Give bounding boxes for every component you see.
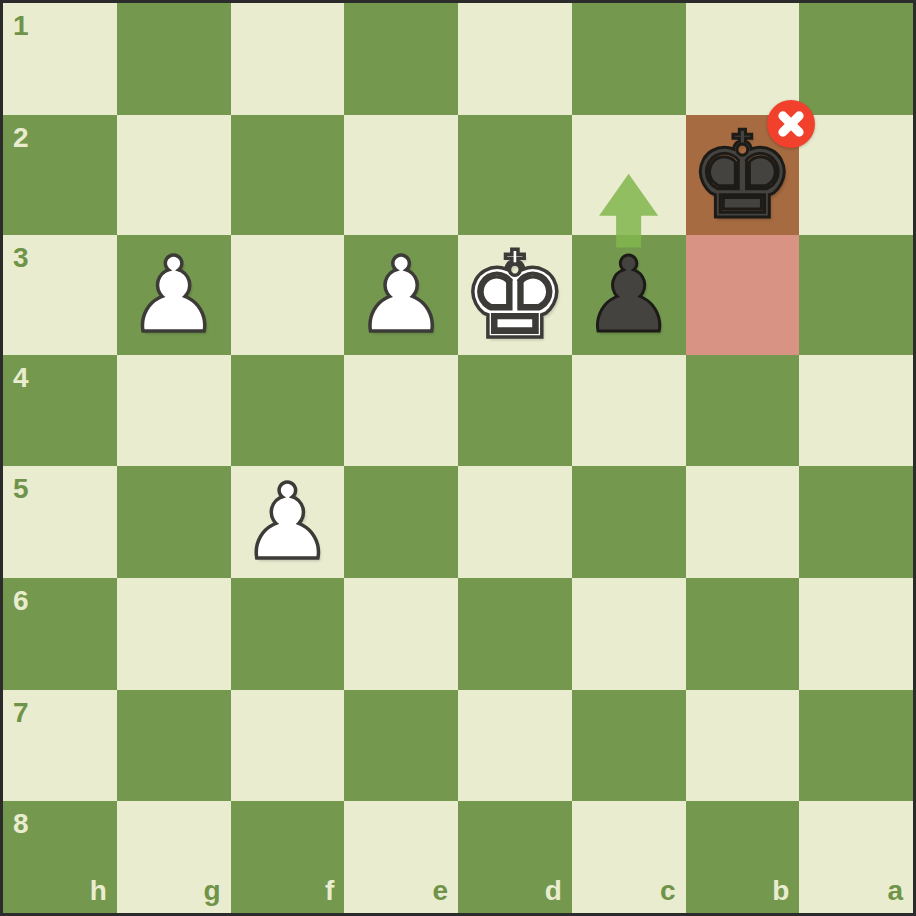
square-e5[interactable]: [344, 466, 458, 578]
square-h6[interactable]: 6: [3, 578, 117, 690]
square-d4[interactable]: [458, 355, 572, 467]
square-g2[interactable]: [117, 115, 231, 235]
square-a7[interactable]: [799, 690, 913, 802]
rank-label-8: 8: [13, 810, 29, 838]
square-f4[interactable]: [231, 355, 345, 467]
square-a8[interactable]: a: [799, 801, 913, 913]
white-pawn-e3[interactable]: ♟: [355, 243, 448, 347]
file-label-f: f: [325, 877, 334, 905]
square-a2[interactable]: [799, 115, 913, 235]
square-b6[interactable]: [686, 578, 800, 690]
square-g5[interactable]: [117, 466, 231, 578]
square-b4[interactable]: [686, 355, 800, 467]
white-pawn-f5[interactable]: ♟: [241, 470, 334, 574]
square-b5[interactable]: [686, 466, 800, 578]
square-b7[interactable]: [686, 690, 800, 802]
square-e6[interactable]: [344, 578, 458, 690]
square-h2[interactable]: 2: [3, 115, 117, 235]
square-b1[interactable]: [686, 3, 800, 115]
file-label-g: g: [203, 877, 220, 905]
square-g4[interactable]: [117, 355, 231, 467]
square-d1[interactable]: [458, 3, 572, 115]
square-h1[interactable]: 1: [3, 3, 117, 115]
square-c2[interactable]: [572, 115, 686, 235]
square-g8[interactable]: g: [117, 801, 231, 913]
square-f5[interactable]: ♟: [231, 466, 345, 578]
white-king-d3[interactable]: ♚: [461, 235, 569, 355]
square-f2[interactable]: [231, 115, 345, 235]
square-g1[interactable]: [117, 3, 231, 115]
file-label-h: h: [90, 877, 107, 905]
file-label-c: c: [660, 877, 676, 905]
chess-board: 12♚3♟♟♚♟45♟678hgfedcba: [0, 0, 916, 916]
rank-label-5: 5: [13, 475, 29, 503]
square-h5[interactable]: 5: [3, 466, 117, 578]
rank-label-2: 2: [13, 124, 29, 152]
rank-label-7: 7: [13, 699, 29, 727]
square-e7[interactable]: [344, 690, 458, 802]
rank-label-4: 4: [13, 364, 29, 392]
square-d3[interactable]: ♚: [458, 235, 572, 355]
square-d8[interactable]: d: [458, 801, 572, 913]
square-e8[interactable]: e: [344, 801, 458, 913]
square-h3[interactable]: 3: [3, 235, 117, 355]
square-f3[interactable]: [231, 235, 345, 355]
square-d2[interactable]: [458, 115, 572, 235]
file-label-e: e: [432, 877, 448, 905]
rank-label-6: 6: [13, 587, 29, 615]
rank-label-1: 1: [13, 12, 29, 40]
square-g3[interactable]: ♟: [117, 235, 231, 355]
square-a6[interactable]: [799, 578, 913, 690]
square-g6[interactable]: [117, 578, 231, 690]
square-f7[interactable]: [231, 690, 345, 802]
square-c7[interactable]: [572, 690, 686, 802]
square-a3[interactable]: [799, 235, 913, 355]
square-c8[interactable]: c: [572, 801, 686, 913]
square-f6[interactable]: [231, 578, 345, 690]
square-c4[interactable]: [572, 355, 686, 467]
rank-label-3: 3: [13, 244, 29, 272]
black-pawn-c3[interactable]: ♟: [582, 243, 675, 347]
square-c3[interactable]: ♟: [572, 235, 686, 355]
file-label-a: a: [887, 877, 903, 905]
square-e1[interactable]: [344, 3, 458, 115]
white-pawn-g3[interactable]: ♟: [127, 243, 220, 347]
square-a1[interactable]: [799, 3, 913, 115]
square-e2[interactable]: [344, 115, 458, 235]
square-b3[interactable]: [686, 235, 800, 355]
square-b2[interactable]: ♚: [686, 115, 800, 235]
square-h8[interactable]: 8h: [3, 801, 117, 913]
square-d6[interactable]: [458, 578, 572, 690]
square-e3[interactable]: ♟: [344, 235, 458, 355]
square-d5[interactable]: [458, 466, 572, 578]
square-c1[interactable]: [572, 3, 686, 115]
square-h4[interactable]: 4: [3, 355, 117, 467]
square-f8[interactable]: f: [231, 801, 345, 913]
square-b8[interactable]: b: [686, 801, 800, 913]
file-label-d: d: [545, 877, 562, 905]
square-d7[interactable]: [458, 690, 572, 802]
square-a4[interactable]: [799, 355, 913, 467]
square-c5[interactable]: [572, 466, 686, 578]
square-a5[interactable]: [799, 466, 913, 578]
square-f1[interactable]: [231, 3, 345, 115]
square-e4[interactable]: [344, 355, 458, 467]
square-g7[interactable]: [117, 690, 231, 802]
square-h7[interactable]: 7: [3, 690, 117, 802]
square-c6[interactable]: [572, 578, 686, 690]
black-king-b2[interactable]: ♚: [689, 115, 797, 235]
file-label-b: b: [772, 877, 789, 905]
